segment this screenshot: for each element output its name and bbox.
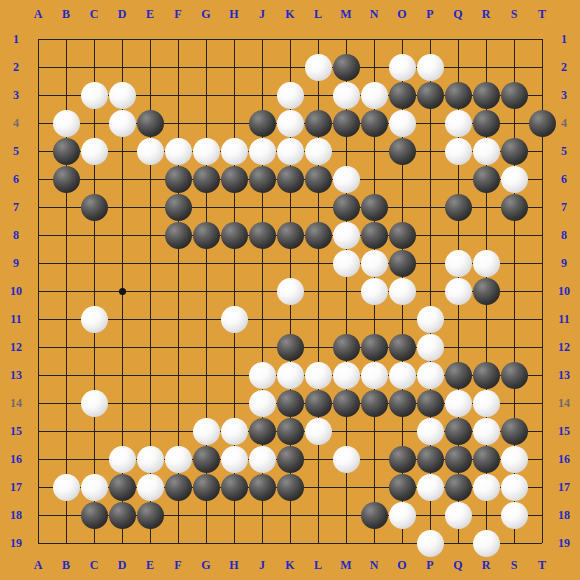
intersection-D14[interactable]: [108, 389, 136, 417]
intersection-R12[interactable]: [472, 333, 500, 361]
intersection-S16[interactable]: [500, 445, 528, 473]
intersection-B1[interactable]: [52, 25, 80, 53]
intersection-E7[interactable]: [136, 193, 164, 221]
intersection-K4[interactable]: [276, 109, 304, 137]
intersection-E11[interactable]: [136, 305, 164, 333]
intersection-B8[interactable]: [52, 221, 80, 249]
intersection-M9[interactable]: [332, 249, 360, 277]
intersection-M15[interactable]: [332, 417, 360, 445]
intersection-Q18[interactable]: [444, 501, 472, 529]
intersection-J19[interactable]: [248, 529, 276, 557]
intersection-O11[interactable]: [388, 305, 416, 333]
intersection-B10[interactable]: [52, 277, 80, 305]
intersection-D5[interactable]: [108, 137, 136, 165]
intersection-H18[interactable]: [220, 501, 248, 529]
intersection-T17[interactable]: [528, 473, 556, 501]
intersection-A19[interactable]: [24, 529, 52, 557]
intersection-L13[interactable]: [304, 361, 332, 389]
intersection-O19[interactable]: [388, 529, 416, 557]
intersection-D1[interactable]: [108, 25, 136, 53]
intersection-T18[interactable]: [528, 501, 556, 529]
intersection-N16[interactable]: [360, 445, 388, 473]
intersection-D2[interactable]: [108, 53, 136, 81]
intersection-K9[interactable]: [276, 249, 304, 277]
intersection-S1[interactable]: [500, 25, 528, 53]
intersection-R1[interactable]: [472, 25, 500, 53]
intersection-F16[interactable]: [164, 445, 192, 473]
intersection-O10[interactable]: [388, 277, 416, 305]
intersection-R4[interactable]: [472, 109, 500, 137]
intersection-H1[interactable]: [220, 25, 248, 53]
intersection-O1[interactable]: [388, 25, 416, 53]
intersection-Q4[interactable]: [444, 109, 472, 137]
intersection-B3[interactable]: [52, 81, 80, 109]
intersection-R11[interactable]: [472, 305, 500, 333]
intersection-R16[interactable]: [472, 445, 500, 473]
intersection-H6[interactable]: [220, 165, 248, 193]
intersection-J7[interactable]: [248, 193, 276, 221]
intersection-A4[interactable]: [24, 109, 52, 137]
intersection-L5[interactable]: [304, 137, 332, 165]
intersection-F1[interactable]: [164, 25, 192, 53]
intersection-R3[interactable]: [472, 81, 500, 109]
intersection-D19[interactable]: [108, 529, 136, 557]
intersection-H14[interactable]: [220, 389, 248, 417]
intersection-H10[interactable]: [220, 277, 248, 305]
intersection-C14[interactable]: [80, 389, 108, 417]
intersection-J10[interactable]: [248, 277, 276, 305]
intersection-A5[interactable]: [24, 137, 52, 165]
intersection-J1[interactable]: [248, 25, 276, 53]
intersection-G6[interactable]: [192, 165, 220, 193]
intersection-L1[interactable]: [304, 25, 332, 53]
intersection-G17[interactable]: [192, 473, 220, 501]
intersection-P14[interactable]: [416, 389, 444, 417]
intersection-M7[interactable]: [332, 193, 360, 221]
intersection-S12[interactable]: [500, 333, 528, 361]
intersection-C5[interactable]: [80, 137, 108, 165]
intersection-D18[interactable]: [108, 501, 136, 529]
intersection-Q8[interactable]: [444, 221, 472, 249]
intersection-G11[interactable]: [192, 305, 220, 333]
intersection-C1[interactable]: [80, 25, 108, 53]
intersection-L16[interactable]: [304, 445, 332, 473]
go-board[interactable]: [24, 25, 556, 557]
intersection-T4[interactable]: [528, 109, 556, 137]
intersection-P1[interactable]: [416, 25, 444, 53]
intersection-H19[interactable]: [220, 529, 248, 557]
intersection-M14[interactable]: [332, 389, 360, 417]
intersection-L11[interactable]: [304, 305, 332, 333]
intersection-A17[interactable]: [24, 473, 52, 501]
intersection-B6[interactable]: [52, 165, 80, 193]
intersection-J17[interactable]: [248, 473, 276, 501]
intersection-G19[interactable]: [192, 529, 220, 557]
intersection-F13[interactable]: [164, 361, 192, 389]
intersection-K1[interactable]: [276, 25, 304, 53]
intersection-H12[interactable]: [220, 333, 248, 361]
intersection-P5[interactable]: [416, 137, 444, 165]
intersection-S13[interactable]: [500, 361, 528, 389]
intersection-H15[interactable]: [220, 417, 248, 445]
intersection-T6[interactable]: [528, 165, 556, 193]
intersection-L10[interactable]: [304, 277, 332, 305]
intersection-C6[interactable]: [80, 165, 108, 193]
intersection-E2[interactable]: [136, 53, 164, 81]
intersection-A2[interactable]: [24, 53, 52, 81]
intersection-N11[interactable]: [360, 305, 388, 333]
intersection-P18[interactable]: [416, 501, 444, 529]
intersection-P12[interactable]: [416, 333, 444, 361]
intersection-N6[interactable]: [360, 165, 388, 193]
intersection-B5[interactable]: [52, 137, 80, 165]
intersection-A6[interactable]: [24, 165, 52, 193]
intersection-E17[interactable]: [136, 473, 164, 501]
intersection-K8[interactable]: [276, 221, 304, 249]
intersection-R13[interactable]: [472, 361, 500, 389]
intersection-S9[interactable]: [500, 249, 528, 277]
intersection-E16[interactable]: [136, 445, 164, 473]
intersection-T16[interactable]: [528, 445, 556, 473]
intersection-C19[interactable]: [80, 529, 108, 557]
intersection-F14[interactable]: [164, 389, 192, 417]
intersection-L12[interactable]: [304, 333, 332, 361]
intersection-A11[interactable]: [24, 305, 52, 333]
intersection-L7[interactable]: [304, 193, 332, 221]
intersection-J12[interactable]: [248, 333, 276, 361]
intersection-S17[interactable]: [500, 473, 528, 501]
intersection-N3[interactable]: [360, 81, 388, 109]
intersection-L14[interactable]: [304, 389, 332, 417]
intersection-F11[interactable]: [164, 305, 192, 333]
intersection-L4[interactable]: [304, 109, 332, 137]
intersection-K15[interactable]: [276, 417, 304, 445]
intersection-M1[interactable]: [332, 25, 360, 53]
intersection-R14[interactable]: [472, 389, 500, 417]
intersection-E10[interactable]: [136, 277, 164, 305]
intersection-A3[interactable]: [24, 81, 52, 109]
intersection-H8[interactable]: [220, 221, 248, 249]
intersection-T13[interactable]: [528, 361, 556, 389]
intersection-F12[interactable]: [164, 333, 192, 361]
intersection-N2[interactable]: [360, 53, 388, 81]
intersection-O16[interactable]: [388, 445, 416, 473]
intersection-L3[interactable]: [304, 81, 332, 109]
intersection-E12[interactable]: [136, 333, 164, 361]
intersection-N5[interactable]: [360, 137, 388, 165]
intersection-C4[interactable]: [80, 109, 108, 137]
intersection-H3[interactable]: [220, 81, 248, 109]
intersection-F19[interactable]: [164, 529, 192, 557]
intersection-C16[interactable]: [80, 445, 108, 473]
intersection-H17[interactable]: [220, 473, 248, 501]
intersection-J16[interactable]: [248, 445, 276, 473]
intersection-Q1[interactable]: [444, 25, 472, 53]
intersection-O17[interactable]: [388, 473, 416, 501]
intersection-O3[interactable]: [388, 81, 416, 109]
intersection-A13[interactable]: [24, 361, 52, 389]
intersection-L8[interactable]: [304, 221, 332, 249]
intersection-A9[interactable]: [24, 249, 52, 277]
intersection-F9[interactable]: [164, 249, 192, 277]
intersection-S15[interactable]: [500, 417, 528, 445]
intersection-J15[interactable]: [248, 417, 276, 445]
intersection-N10[interactable]: [360, 277, 388, 305]
intersection-O9[interactable]: [388, 249, 416, 277]
intersection-B9[interactable]: [52, 249, 80, 277]
intersection-G1[interactable]: [192, 25, 220, 53]
intersection-M4[interactable]: [332, 109, 360, 137]
intersection-D12[interactable]: [108, 333, 136, 361]
intersection-N13[interactable]: [360, 361, 388, 389]
intersection-E6[interactable]: [136, 165, 164, 193]
intersection-R15[interactable]: [472, 417, 500, 445]
intersection-T19[interactable]: [528, 529, 556, 557]
intersection-B7[interactable]: [52, 193, 80, 221]
intersection-G7[interactable]: [192, 193, 220, 221]
intersection-C17[interactable]: [80, 473, 108, 501]
intersection-O6[interactable]: [388, 165, 416, 193]
intersection-G3[interactable]: [192, 81, 220, 109]
intersection-C10[interactable]: [80, 277, 108, 305]
intersection-Q12[interactable]: [444, 333, 472, 361]
intersection-R5[interactable]: [472, 137, 500, 165]
intersection-B16[interactable]: [52, 445, 80, 473]
intersection-M2[interactable]: [332, 53, 360, 81]
intersection-A16[interactable]: [24, 445, 52, 473]
intersection-O15[interactable]: [388, 417, 416, 445]
intersection-L18[interactable]: [304, 501, 332, 529]
intersection-E8[interactable]: [136, 221, 164, 249]
intersection-K6[interactable]: [276, 165, 304, 193]
intersection-D15[interactable]: [108, 417, 136, 445]
intersection-E1[interactable]: [136, 25, 164, 53]
intersection-P19[interactable]: [416, 529, 444, 557]
intersection-C11[interactable]: [80, 305, 108, 333]
intersection-E14[interactable]: [136, 389, 164, 417]
intersection-T11[interactable]: [528, 305, 556, 333]
intersection-J18[interactable]: [248, 501, 276, 529]
intersection-J5[interactable]: [248, 137, 276, 165]
intersection-D8[interactable]: [108, 221, 136, 249]
intersection-G5[interactable]: [192, 137, 220, 165]
intersection-E13[interactable]: [136, 361, 164, 389]
intersection-C7[interactable]: [80, 193, 108, 221]
intersection-O18[interactable]: [388, 501, 416, 529]
intersection-P2[interactable]: [416, 53, 444, 81]
intersection-R6[interactable]: [472, 165, 500, 193]
intersection-K17[interactable]: [276, 473, 304, 501]
intersection-G16[interactable]: [192, 445, 220, 473]
intersection-B4[interactable]: [52, 109, 80, 137]
intersection-D13[interactable]: [108, 361, 136, 389]
intersection-P4[interactable]: [416, 109, 444, 137]
intersection-N15[interactable]: [360, 417, 388, 445]
intersection-Q7[interactable]: [444, 193, 472, 221]
intersection-F18[interactable]: [164, 501, 192, 529]
intersection-M16[interactable]: [332, 445, 360, 473]
intersection-H16[interactable]: [220, 445, 248, 473]
intersection-G2[interactable]: [192, 53, 220, 81]
intersection-B12[interactable]: [52, 333, 80, 361]
intersection-D11[interactable]: [108, 305, 136, 333]
intersection-M13[interactable]: [332, 361, 360, 389]
intersection-K3[interactable]: [276, 81, 304, 109]
intersection-S2[interactable]: [500, 53, 528, 81]
intersection-K12[interactable]: [276, 333, 304, 361]
intersection-J11[interactable]: [248, 305, 276, 333]
intersection-N12[interactable]: [360, 333, 388, 361]
intersection-G18[interactable]: [192, 501, 220, 529]
intersection-S11[interactable]: [500, 305, 528, 333]
intersection-A1[interactable]: [24, 25, 52, 53]
intersection-E4[interactable]: [136, 109, 164, 137]
intersection-B17[interactable]: [52, 473, 80, 501]
intersection-Q19[interactable]: [444, 529, 472, 557]
intersection-K10[interactable]: [276, 277, 304, 305]
intersection-Q15[interactable]: [444, 417, 472, 445]
intersection-C8[interactable]: [80, 221, 108, 249]
intersection-F17[interactable]: [164, 473, 192, 501]
intersection-T1[interactable]: [528, 25, 556, 53]
intersection-F2[interactable]: [164, 53, 192, 81]
intersection-J8[interactable]: [248, 221, 276, 249]
intersection-Q14[interactable]: [444, 389, 472, 417]
intersection-K14[interactable]: [276, 389, 304, 417]
intersection-N17[interactable]: [360, 473, 388, 501]
intersection-S7[interactable]: [500, 193, 528, 221]
intersection-C13[interactable]: [80, 361, 108, 389]
intersection-N19[interactable]: [360, 529, 388, 557]
intersection-S10[interactable]: [500, 277, 528, 305]
intersection-L19[interactable]: [304, 529, 332, 557]
intersection-S4[interactable]: [500, 109, 528, 137]
intersection-O14[interactable]: [388, 389, 416, 417]
intersection-F5[interactable]: [164, 137, 192, 165]
intersection-F3[interactable]: [164, 81, 192, 109]
intersection-T9[interactable]: [528, 249, 556, 277]
intersection-T12[interactable]: [528, 333, 556, 361]
intersection-D3[interactable]: [108, 81, 136, 109]
intersection-D9[interactable]: [108, 249, 136, 277]
intersection-G13[interactable]: [192, 361, 220, 389]
intersection-G14[interactable]: [192, 389, 220, 417]
intersection-G12[interactable]: [192, 333, 220, 361]
intersection-P9[interactable]: [416, 249, 444, 277]
intersection-F6[interactable]: [164, 165, 192, 193]
intersection-H13[interactable]: [220, 361, 248, 389]
intersection-D10[interactable]: [108, 277, 136, 305]
intersection-M5[interactable]: [332, 137, 360, 165]
intersection-K19[interactable]: [276, 529, 304, 557]
intersection-R7[interactable]: [472, 193, 500, 221]
intersection-A10[interactable]: [24, 277, 52, 305]
intersection-Q2[interactable]: [444, 53, 472, 81]
intersection-G15[interactable]: [192, 417, 220, 445]
intersection-R17[interactable]: [472, 473, 500, 501]
intersection-D17[interactable]: [108, 473, 136, 501]
intersection-C18[interactable]: [80, 501, 108, 529]
intersection-F10[interactable]: [164, 277, 192, 305]
intersection-C12[interactable]: [80, 333, 108, 361]
intersection-E3[interactable]: [136, 81, 164, 109]
intersection-B15[interactable]: [52, 417, 80, 445]
intersection-M8[interactable]: [332, 221, 360, 249]
intersection-H9[interactable]: [220, 249, 248, 277]
intersection-M11[interactable]: [332, 305, 360, 333]
intersection-A8[interactable]: [24, 221, 52, 249]
intersection-O12[interactable]: [388, 333, 416, 361]
intersection-B19[interactable]: [52, 529, 80, 557]
intersection-Q13[interactable]: [444, 361, 472, 389]
intersection-R19[interactable]: [472, 529, 500, 557]
intersection-Q17[interactable]: [444, 473, 472, 501]
intersection-B13[interactable]: [52, 361, 80, 389]
intersection-T15[interactable]: [528, 417, 556, 445]
intersection-O8[interactable]: [388, 221, 416, 249]
intersection-B18[interactable]: [52, 501, 80, 529]
intersection-R18[interactable]: [472, 501, 500, 529]
intersection-N8[interactable]: [360, 221, 388, 249]
intersection-S5[interactable]: [500, 137, 528, 165]
intersection-T10[interactable]: [528, 277, 556, 305]
intersection-H7[interactable]: [220, 193, 248, 221]
intersection-M18[interactable]: [332, 501, 360, 529]
intersection-J9[interactable]: [248, 249, 276, 277]
intersection-T5[interactable]: [528, 137, 556, 165]
intersection-D6[interactable]: [108, 165, 136, 193]
intersection-S18[interactable]: [500, 501, 528, 529]
intersection-J2[interactable]: [248, 53, 276, 81]
intersection-D4[interactable]: [108, 109, 136, 137]
intersection-M3[interactable]: [332, 81, 360, 109]
intersection-N7[interactable]: [360, 193, 388, 221]
intersection-G9[interactable]: [192, 249, 220, 277]
intersection-A14[interactable]: [24, 389, 52, 417]
intersection-S8[interactable]: [500, 221, 528, 249]
intersection-E5[interactable]: [136, 137, 164, 165]
intersection-F7[interactable]: [164, 193, 192, 221]
intersection-S3[interactable]: [500, 81, 528, 109]
intersection-H11[interactable]: [220, 305, 248, 333]
intersection-P8[interactable]: [416, 221, 444, 249]
intersection-C2[interactable]: [80, 53, 108, 81]
intersection-D16[interactable]: [108, 445, 136, 473]
intersection-P3[interactable]: [416, 81, 444, 109]
intersection-Q16[interactable]: [444, 445, 472, 473]
intersection-N9[interactable]: [360, 249, 388, 277]
intersection-P11[interactable]: [416, 305, 444, 333]
intersection-H2[interactable]: [220, 53, 248, 81]
intersection-D7[interactable]: [108, 193, 136, 221]
intersection-P6[interactable]: [416, 165, 444, 193]
intersection-J14[interactable]: [248, 389, 276, 417]
intersection-J13[interactable]: [248, 361, 276, 389]
intersection-K11[interactable]: [276, 305, 304, 333]
intersection-N18[interactable]: [360, 501, 388, 529]
intersection-R9[interactable]: [472, 249, 500, 277]
intersection-G10[interactable]: [192, 277, 220, 305]
intersection-P17[interactable]: [416, 473, 444, 501]
intersection-M6[interactable]: [332, 165, 360, 193]
intersection-F15[interactable]: [164, 417, 192, 445]
intersection-P7[interactable]: [416, 193, 444, 221]
intersection-J6[interactable]: [248, 165, 276, 193]
intersection-M19[interactable]: [332, 529, 360, 557]
intersection-C3[interactable]: [80, 81, 108, 109]
intersection-S19[interactable]: [500, 529, 528, 557]
intersection-O2[interactable]: [388, 53, 416, 81]
